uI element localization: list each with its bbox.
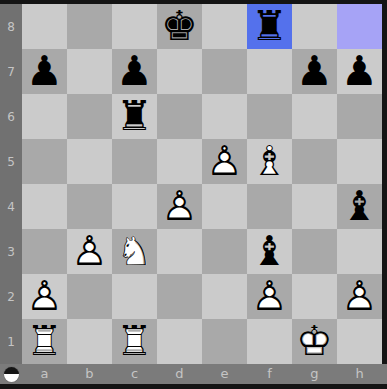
rank-label-7: 7	[0, 49, 22, 94]
board: ♚♜♟♟♟♟♜♟♙♝♗♟♙♝♟♙♞♘♝♟♙♟♙♟♙♜♖♜♖♚♔	[22, 4, 382, 364]
square-c4[interactable]	[112, 184, 157, 229]
piece-glyph: ♙	[157, 184, 202, 229]
square-a3[interactable]	[22, 229, 67, 274]
piece-glyph: ♜	[112, 94, 157, 139]
square-c5[interactable]	[112, 139, 157, 184]
rank-label-1: 1	[0, 319, 22, 364]
file-label-e: e	[202, 364, 247, 384]
square-g1[interactable]: ♚♔	[292, 319, 337, 364]
piece-white-rook[interactable]: ♜♖	[22, 319, 67, 364]
piece-white-pawn[interactable]: ♟♙	[157, 184, 202, 229]
file-label-g: g	[292, 364, 337, 384]
square-e5[interactable]: ♟♙	[202, 139, 247, 184]
square-h8[interactable]	[337, 4, 382, 49]
rank-label-3: 3	[0, 229, 22, 274]
square-d2[interactable]	[157, 274, 202, 319]
piece-white-rook[interactable]: ♜♖	[112, 319, 157, 364]
piece-glyph: ♟	[112, 49, 157, 94]
square-g3[interactable]	[292, 229, 337, 274]
turn-indicator-cell	[0, 367, 22, 382]
square-a7[interactable]: ♟	[22, 49, 67, 94]
piece-glyph: ♝	[247, 229, 292, 274]
piece-black-king[interactable]: ♚	[157, 4, 202, 49]
piece-white-knight[interactable]: ♞♘	[112, 229, 157, 274]
piece-glyph: ♖	[112, 319, 157, 364]
piece-black-pawn[interactable]: ♟	[337, 49, 382, 94]
rank-labels: 87654321	[0, 4, 22, 364]
bottom-border	[0, 384, 387, 389]
square-e7[interactable]	[202, 49, 247, 94]
square-c2[interactable]	[112, 274, 157, 319]
file-label-h: h	[337, 364, 382, 384]
square-g5[interactable]	[292, 139, 337, 184]
square-a5[interactable]	[22, 139, 67, 184]
square-d8[interactable]: ♚	[157, 4, 202, 49]
piece-glyph: ♙	[247, 274, 292, 319]
piece-black-pawn[interactable]: ♟	[112, 49, 157, 94]
piece-glyph: ♟	[337, 49, 382, 94]
rank-label-8: 8	[0, 4, 22, 49]
square-g2[interactable]	[292, 274, 337, 319]
piece-black-pawn[interactable]: ♟	[292, 49, 337, 94]
piece-glyph: ♙	[337, 274, 382, 319]
piece-white-bishop[interactable]: ♝♗	[247, 139, 292, 184]
square-c3[interactable]: ♞♘	[112, 229, 157, 274]
square-e3[interactable]	[202, 229, 247, 274]
file-label-f: f	[247, 364, 292, 384]
square-d4[interactable]: ♟♙	[157, 184, 202, 229]
piece-glyph: ♗	[247, 139, 292, 184]
file-label-b: b	[67, 364, 112, 384]
square-h5[interactable]	[337, 139, 382, 184]
square-b7[interactable]	[67, 49, 112, 94]
piece-white-pawn[interactable]: ♟♙	[202, 139, 247, 184]
square-f3[interactable]: ♝	[247, 229, 292, 274]
square-e2[interactable]	[202, 274, 247, 319]
piece-black-rook[interactable]: ♜	[112, 94, 157, 139]
file-label-a: a	[22, 364, 67, 384]
piece-black-bishop[interactable]: ♝	[247, 229, 292, 274]
piece-glyph: ♟	[22, 49, 67, 94]
square-a2[interactable]: ♟♙	[22, 274, 67, 319]
square-d5[interactable]	[157, 139, 202, 184]
square-b8[interactable]	[67, 4, 112, 49]
square-h1[interactable]	[337, 319, 382, 364]
square-d7[interactable]	[157, 49, 202, 94]
square-b2[interactable]	[67, 274, 112, 319]
square-f5[interactable]: ♝♗	[247, 139, 292, 184]
square-d1[interactable]	[157, 319, 202, 364]
file-label-d: d	[157, 364, 202, 384]
square-c8[interactable]	[112, 4, 157, 49]
rank-label-5: 5	[0, 139, 22, 184]
turn-indicator-icon[interactable]	[4, 367, 19, 382]
square-e4[interactable]	[202, 184, 247, 229]
square-h7[interactable]: ♟	[337, 49, 382, 94]
square-d3[interactable]	[157, 229, 202, 274]
piece-glyph: ♝	[337, 184, 382, 229]
right-border	[382, 4, 387, 364]
square-c7[interactable]: ♟	[112, 49, 157, 94]
piece-glyph: ♖	[22, 319, 67, 364]
board-frame: 87654321 ♚♜♟♟♟♟♜♟♙♝♗♟♙♝♟♙♞♘♝♟♙♟♙♟♙♜♖♜♖♚♔…	[0, 0, 387, 389]
square-a4[interactable]	[22, 184, 67, 229]
piece-glyph: ♙	[202, 139, 247, 184]
square-f4[interactable]	[247, 184, 292, 229]
piece-white-pawn[interactable]: ♟♙	[22, 274, 67, 319]
piece-black-bishop[interactable]: ♝	[337, 184, 382, 229]
piece-glyph: ♚	[157, 4, 202, 49]
square-a6[interactable]	[22, 94, 67, 139]
piece-glyph: ♜	[247, 4, 292, 49]
square-f2[interactable]: ♟♙	[247, 274, 292, 319]
square-g6[interactable]	[292, 94, 337, 139]
piece-glyph: ♔	[292, 319, 337, 364]
rank-label-4: 4	[0, 184, 22, 229]
square-h6[interactable]	[337, 94, 382, 139]
square-h3[interactable]	[337, 229, 382, 274]
rank-label-6: 6	[0, 94, 22, 139]
square-b5[interactable]	[67, 139, 112, 184]
square-c6[interactable]: ♜	[112, 94, 157, 139]
rank-label-2: 2	[0, 274, 22, 319]
square-b1[interactable]	[67, 319, 112, 364]
square-b6[interactable]	[67, 94, 112, 139]
square-e6[interactable]	[202, 94, 247, 139]
piece-glyph: ♟	[292, 49, 337, 94]
square-g7[interactable]: ♟	[292, 49, 337, 94]
piece-white-pawn[interactable]: ♟♙	[247, 274, 292, 319]
square-e8[interactable]	[202, 4, 247, 49]
square-g4[interactable]	[292, 184, 337, 229]
square-f8[interactable]: ♜	[247, 4, 292, 49]
piece-white-king[interactable]: ♚♔	[292, 319, 337, 364]
square-a8[interactable]	[22, 4, 67, 49]
square-h4[interactable]: ♝	[337, 184, 382, 229]
square-a1[interactable]: ♜♖	[22, 319, 67, 364]
square-e1[interactable]	[202, 319, 247, 364]
square-f6[interactable]	[247, 94, 292, 139]
square-c1[interactable]: ♜♖	[112, 319, 157, 364]
file-label-c: c	[112, 364, 157, 384]
square-d6[interactable]	[157, 94, 202, 139]
file-labels: abcdefgh	[22, 364, 382, 384]
square-b3[interactable]: ♟♙	[67, 229, 112, 274]
square-g8[interactable]	[292, 4, 337, 49]
piece-glyph: ♘	[112, 229, 157, 274]
square-b4[interactable]	[67, 184, 112, 229]
square-h2[interactable]: ♟♙	[337, 274, 382, 319]
piece-black-rook[interactable]: ♜	[247, 4, 292, 49]
piece-glyph: ♙	[67, 229, 112, 274]
bottom-coordinate-bar: abcdefgh	[0, 364, 387, 384]
square-f1[interactable]	[247, 319, 292, 364]
piece-glyph: ♙	[22, 274, 67, 319]
piece-white-pawn[interactable]: ♟♙	[67, 229, 112, 274]
square-f7[interactable]	[247, 49, 292, 94]
piece-black-pawn[interactable]: ♟	[22, 49, 67, 94]
piece-white-pawn[interactable]: ♟♙	[337, 274, 382, 319]
